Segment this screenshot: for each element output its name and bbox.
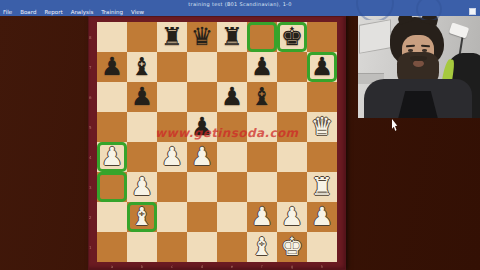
mouse-cursor — [392, 119, 400, 131]
piece-black-pawn-f7[interactable]: ♟ — [247, 52, 277, 82]
square-e3[interactable] — [217, 172, 247, 202]
square-b3[interactable]: ♟ — [127, 172, 157, 202]
piece-black-king-g8[interactable]: ♚ — [277, 22, 307, 52]
piece-white-bishop-b2[interactable]: ♝ — [127, 202, 157, 232]
square-a5[interactable] — [97, 112, 127, 142]
floor-lamp-shade — [449, 22, 470, 38]
square-b4[interactable] — [127, 142, 157, 172]
piece-white-bishop-f1[interactable]: ♝ — [247, 232, 277, 262]
window-title: training test (B01 Scandinavian), 1-0 — [0, 1, 480, 7]
square-c6[interactable] — [157, 82, 187, 112]
square-a8[interactable] — [97, 22, 127, 52]
square-f2[interactable]: ♟ — [247, 202, 277, 232]
streamer-mouth — [413, 60, 424, 67]
square-e7[interactable] — [217, 52, 247, 82]
square-f8[interactable] — [247, 22, 277, 52]
square-a6[interactable] — [97, 82, 127, 112]
square-b5[interactable] — [127, 112, 157, 142]
piece-white-pawn-c4[interactable]: ♟ — [157, 142, 187, 172]
square-e1[interactable] — [217, 232, 247, 262]
square-g7[interactable] — [277, 52, 307, 82]
piece-black-pawn-a7[interactable]: ♟ — [97, 52, 127, 82]
square-b1[interactable] — [127, 232, 157, 262]
piece-white-pawn-h2[interactable]: ♟ — [307, 202, 337, 232]
square-d2[interactable] — [187, 202, 217, 232]
square-a2[interactable] — [97, 202, 127, 232]
piece-white-pawn-d4[interactable]: ♟ — [187, 142, 217, 172]
menu-item-report[interactable]: Report — [44, 9, 62, 15]
square-f7[interactable]: ♟ — [247, 52, 277, 82]
square-h2[interactable]: ♟ — [307, 202, 337, 232]
piece-black-pawn-e6[interactable]: ♟ — [217, 82, 247, 112]
piece-white-queen-h5[interactable]: ♛ — [307, 112, 337, 142]
square-e2[interactable] — [217, 202, 247, 232]
square-a7[interactable]: ♟ — [97, 52, 127, 82]
square-c8[interactable]: ♜ — [157, 22, 187, 52]
square-c1[interactable] — [157, 232, 187, 262]
square-h5[interactable]: ♛ — [307, 112, 337, 142]
square-f1[interactable]: ♝ — [247, 232, 277, 262]
video-frame: training test (B01 Scandinavian), 1-0 Fi… — [0, 0, 480, 270]
menu-item-training[interactable]: Training — [101, 9, 123, 15]
whiteboard — [359, 19, 391, 54]
square-d4[interactable]: ♟ — [187, 142, 217, 172]
menu-item-analysis[interactable]: Analysis — [71, 9, 94, 15]
square-h7[interactable]: ♟ — [307, 52, 337, 82]
piece-black-queen-d8[interactable]: ♛ — [187, 22, 217, 52]
square-h4[interactable] — [307, 142, 337, 172]
piece-black-bishop-b7[interactable]: ♝ — [127, 52, 157, 82]
piece-black-pawn-h7[interactable]: ♟ — [307, 52, 337, 82]
square-d7[interactable] — [187, 52, 217, 82]
square-f4[interactable] — [247, 142, 277, 172]
square-b8[interactable] — [127, 22, 157, 52]
piece-black-rook-c8[interactable]: ♜ — [157, 22, 187, 52]
square-d8[interactable]: ♛ — [187, 22, 217, 52]
piece-white-pawn-a4[interactable]: ♟ — [97, 142, 127, 172]
square-d3[interactable] — [187, 172, 217, 202]
square-c3[interactable] — [157, 172, 187, 202]
piece-white-pawn-g2[interactable]: ♟ — [277, 202, 307, 232]
square-e6[interactable]: ♟ — [217, 82, 247, 112]
square-f6[interactable]: ♝ — [247, 82, 277, 112]
square-h8[interactable] — [307, 22, 337, 52]
square-g8[interactable]: ♚ — [277, 22, 307, 52]
piece-black-rook-e8[interactable]: ♜ — [217, 22, 247, 52]
app-titlebar: training test (B01 Scandinavian), 1-0 Fi… — [0, 0, 480, 16]
watermark-text: www.getinsoda.com — [155, 126, 298, 140]
menu-item-board[interactable]: Board — [20, 9, 36, 15]
rank-labels: 87654321 — [89, 22, 92, 262]
webcam-feed — [358, 15, 480, 118]
square-g2[interactable]: ♟ — [277, 202, 307, 232]
menu-item-file[interactable]: File — [3, 9, 12, 15]
square-f3[interactable] — [247, 172, 277, 202]
piece-white-pawn-f2[interactable]: ♟ — [247, 202, 277, 232]
square-h3[interactable]: ♜ — [307, 172, 337, 202]
square-a1[interactable] — [97, 232, 127, 262]
square-d1[interactable] — [187, 232, 217, 262]
square-h6[interactable] — [307, 82, 337, 112]
square-a3[interactable] — [97, 172, 127, 202]
square-b7[interactable]: ♝ — [127, 52, 157, 82]
chess-board[interactable]: ♜♛♜♚♟♝♟♟♟♟♝♟♛♟♟♟♟♜♝♟♟♟♝♚ — [97, 22, 337, 262]
file-labels: abcdefgh — [97, 264, 337, 269]
square-a4[interactable]: ♟ — [97, 142, 127, 172]
square-d6[interactable] — [187, 82, 217, 112]
square-g1[interactable]: ♚ — [277, 232, 307, 262]
menu-bar: FileBoardReportAnalysisTrainingView — [3, 9, 144, 15]
piece-white-rook-h3[interactable]: ♜ — [307, 172, 337, 202]
square-c2[interactable] — [157, 202, 187, 232]
piece-black-bishop-f6[interactable]: ♝ — [247, 82, 277, 112]
square-g4[interactable] — [277, 142, 307, 172]
piece-white-pawn-b3[interactable]: ♟ — [127, 172, 157, 202]
square-c7[interactable] — [157, 52, 187, 82]
chess-board-frame: ♜♛♜♚♟♝♟♟♟♟♝♟♛♟♟♟♟♜♝♟♟♟♝♚ abcdefgh 876543… — [88, 16, 346, 270]
square-b6[interactable]: ♟ — [127, 82, 157, 112]
square-e4[interactable] — [217, 142, 247, 172]
square-e8[interactable]: ♜ — [217, 22, 247, 52]
square-g6[interactable] — [277, 82, 307, 112]
square-h1[interactable] — [307, 232, 337, 262]
piece-black-pawn-b6[interactable]: ♟ — [127, 82, 157, 112]
streamer-mustache — [410, 56, 427, 61]
square-g3[interactable] — [277, 172, 307, 202]
menu-item-view[interactable]: View — [131, 9, 144, 15]
piece-white-king-g1[interactable]: ♚ — [277, 232, 307, 262]
window-control-icon[interactable] — [469, 8, 476, 15]
square-b2[interactable]: ♝ — [127, 202, 157, 232]
square-c4[interactable]: ♟ — [157, 142, 187, 172]
